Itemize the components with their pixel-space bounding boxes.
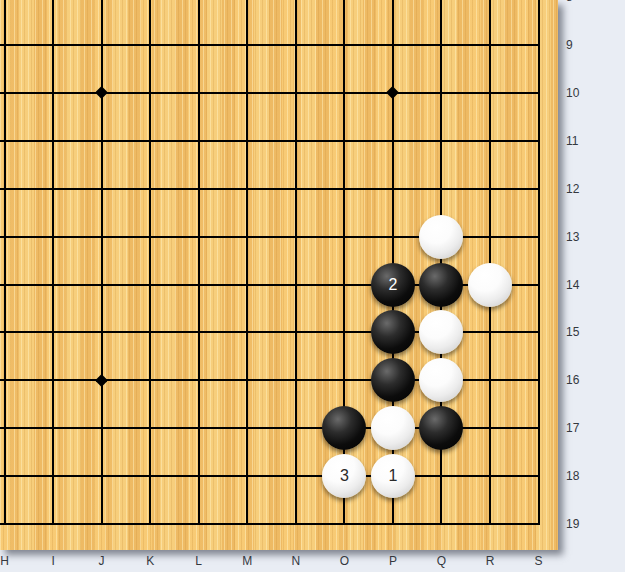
stone-white[interactable]: 1 [371, 454, 415, 498]
column-label: N [285, 555, 307, 568]
stone-black[interactable] [419, 263, 463, 307]
grid-line-horizontal [0, 188, 540, 190]
grid-line-vertical [246, 0, 248, 525]
star-point [95, 87, 108, 100]
stone-black[interactable] [419, 406, 463, 450]
grid-line-horizontal [0, 475, 540, 477]
column-label: P [382, 555, 404, 568]
grid-line-vertical [52, 0, 54, 525]
row-label: 18 [566, 469, 579, 483]
column-label: R [479, 555, 501, 568]
stone-white[interactable] [419, 358, 463, 402]
stone-move-number: 3 [340, 468, 349, 484]
stone-black[interactable]: 2 [371, 263, 415, 307]
stone-white[interactable] [468, 263, 512, 307]
row-label: 16 [566, 373, 579, 387]
row-label: 14 [566, 278, 579, 292]
go-board[interactable]: 231 [0, 0, 558, 550]
grid-line-vertical [538, 0, 540, 525]
stone-white[interactable]: 3 [322, 454, 366, 498]
grid-line-vertical [198, 0, 200, 525]
stone-black[interactable] [371, 310, 415, 354]
star-point [95, 374, 108, 387]
column-label: H [0, 555, 16, 568]
stone-black[interactable] [371, 358, 415, 402]
row-label: 19 [566, 517, 579, 531]
stone-white[interactable] [419, 310, 463, 354]
column-label: J [91, 555, 113, 568]
column-label: Q [430, 555, 452, 568]
row-label: 12 [566, 182, 579, 196]
row-label: 15 [566, 325, 579, 339]
stone-black[interactable] [322, 406, 366, 450]
grid-line-horizontal [0, 92, 540, 94]
stone-white[interactable] [371, 406, 415, 450]
column-label: L [188, 555, 210, 568]
stone-white[interactable] [419, 215, 463, 259]
stone-move-number: 1 [388, 468, 397, 484]
grid-line-vertical [149, 0, 151, 525]
row-label: 9 [566, 38, 573, 52]
grid-line-horizontal [0, 44, 540, 46]
column-label: S [528, 555, 550, 568]
column-label: K [139, 555, 161, 568]
grid-line-vertical [101, 0, 103, 525]
column-label: I [42, 555, 64, 568]
grid-line-vertical [295, 0, 297, 525]
stone-move-number: 2 [388, 277, 397, 293]
go-app-frame: 231 HIJKLMNOPQRS8910111213141516171819 [0, 0, 625, 572]
column-label: O [333, 555, 355, 568]
grid-line-vertical [4, 0, 6, 525]
column-label: M [236, 555, 258, 568]
row-label: 11 [566, 134, 578, 148]
star-point [387, 87, 400, 100]
grid-line-horizontal [0, 523, 540, 525]
grid-line-horizontal [0, 140, 540, 142]
row-label: 17 [566, 421, 579, 435]
row-label: 10 [566, 86, 579, 100]
row-label: 13 [566, 230, 579, 244]
row-label: 8 [566, 0, 573, 4]
